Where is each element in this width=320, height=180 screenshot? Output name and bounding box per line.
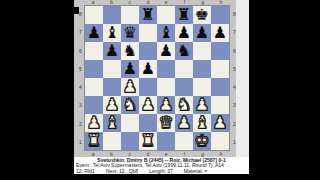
square-c3: ♞ — [121, 96, 139, 114]
next-move: Next: 12...Qb8 — [106, 169, 138, 174]
square-e8 — [157, 6, 175, 24]
piece-white-pawn: ♟ — [139, 96, 157, 114]
piece-black-queen: ♛ — [121, 24, 139, 42]
piece-white-bishop: ♝ — [103, 114, 121, 132]
square-e4 — [157, 78, 175, 96]
piece-white-knight: ♞ — [121, 96, 139, 114]
square-f7: ♟ — [175, 24, 193, 42]
square-f4 — [175, 78, 193, 96]
piece-white-pawn: ♟ — [211, 114, 229, 132]
rank-label-5: 5 — [78, 60, 83, 78]
game-info-footer: Svetushkin, Dmitry B (2445) -- Roiz, Mic… — [74, 157, 249, 174]
square-g8: ♚ — [193, 6, 211, 24]
square-b7: ♝ — [103, 24, 121, 42]
square-g4 — [193, 78, 211, 96]
piece-black-bishop: ♝ — [103, 24, 121, 42]
rank-labels-left: 87654321 — [78, 5, 83, 151]
square-a4 — [85, 78, 103, 96]
piece-black-pawn: ♟ — [103, 42, 121, 60]
square-d7 — [139, 24, 157, 42]
rank-label-6: 6 — [78, 42, 83, 60]
square-a1: ♜ — [85, 132, 103, 150]
square-f2: ♟ — [175, 114, 193, 132]
square-c1 — [121, 132, 139, 150]
rank-label-7: 7 — [232, 23, 237, 41]
piece-white-pawn: ♟ — [175, 114, 193, 132]
square-c8 — [121, 6, 139, 24]
square-e7: ♝ — [157, 24, 175, 42]
piece-black-pawn: ♟ — [85, 24, 103, 42]
square-d6 — [139, 42, 157, 60]
square-h8 — [211, 6, 229, 24]
piece-white-pawn: ♟ — [121, 78, 139, 96]
square-g2: ♝ — [193, 114, 211, 132]
rank-label-2: 2 — [232, 115, 237, 133]
piece-white-king: ♚ — [193, 132, 211, 150]
rank-label-5: 5 — [232, 60, 237, 78]
piece-black-pawn: ♟ — [139, 60, 157, 78]
piece-white-rook: ♜ — [85, 132, 103, 150]
square-a6 — [85, 42, 103, 60]
square-c2 — [121, 114, 139, 132]
square-h5 — [211, 60, 229, 78]
rank-label-6: 6 — [232, 42, 237, 60]
piece-black-pawn: ♟ — [157, 42, 175, 60]
piece-black-pawn: ♟ — [121, 60, 139, 78]
square-d4 — [139, 78, 157, 96]
square-g5 — [193, 60, 211, 78]
piece-white-pawn: ♟ — [157, 96, 175, 114]
square-a3 — [85, 96, 103, 114]
square-a2: ♟ — [85, 114, 103, 132]
square-c4: ♟ — [121, 78, 139, 96]
rank-label-4: 4 — [232, 78, 237, 96]
rank-label-4: 4 — [78, 78, 83, 96]
square-d8: ♜ — [139, 6, 157, 24]
square-d1: ♜ — [139, 132, 157, 150]
square-e3: ♟ — [157, 96, 175, 114]
square-b3: ♟ — [103, 96, 121, 114]
last-move: 12. Rfd1 — [76, 169, 95, 174]
square-f6: ♞ — [175, 42, 193, 60]
piece-white-rook: ♜ — [139, 132, 157, 150]
piece-black-rook: ♜ — [175, 6, 193, 24]
square-h4 — [211, 78, 229, 96]
rank-label-7: 7 — [78, 23, 83, 41]
side-to-move-indicator-black — [74, 7, 79, 14]
piece-white-pawn: ♟ — [85, 114, 103, 132]
rank-labels-right: 87654321 — [232, 5, 237, 151]
square-c7: ♛ — [121, 24, 139, 42]
square-h6 — [211, 42, 229, 60]
square-b2: ♝ — [103, 114, 121, 132]
piece-white-knight: ♞ — [175, 96, 193, 114]
piece-black-pawn: ♟ — [175, 24, 193, 42]
piece-black-king: ♚ — [193, 6, 211, 24]
square-c5: ♟ — [121, 60, 139, 78]
move-info-line: 12. Rfd1 Next: 12...Qb8 Length: 37 Mater… — [74, 169, 249, 174]
square-d3: ♟ — [139, 96, 157, 114]
piece-white-bishop: ♝ — [193, 114, 211, 132]
material-balance: Material: = — [184, 169, 207, 174]
rank-label-1: 1 — [232, 133, 237, 151]
square-g1: ♚ — [193, 132, 211, 150]
square-b1 — [103, 132, 121, 150]
square-g6 — [193, 42, 211, 60]
square-b6: ♟ — [103, 42, 121, 60]
square-e2: ♛ — [157, 114, 175, 132]
panel-right-margin — [236, 0, 249, 157]
piece-white-pawn: ♟ — [193, 96, 211, 114]
square-c6: ♞ — [121, 42, 139, 60]
square-g3: ♟ — [193, 96, 211, 114]
rank-label-1: 1 — [78, 133, 83, 151]
game-length: Length: 37 — [149, 169, 173, 174]
rank-label-3: 3 — [232, 96, 237, 114]
square-d5: ♟ — [139, 60, 157, 78]
square-f8: ♜ — [175, 6, 193, 24]
piece-black-knight: ♞ — [121, 42, 139, 60]
square-e1 — [157, 132, 175, 150]
rank-label-2: 2 — [78, 115, 83, 133]
square-h2: ♟ — [211, 114, 229, 132]
video-frame: abcdefgh 87654321 87654321 ♜♜♚♟♝♛♝♟♟♟♟♞♟… — [0, 0, 320, 180]
square-h7: ♟ — [211, 24, 229, 42]
piece-black-rook: ♜ — [139, 6, 157, 24]
piece-black-pawn: ♟ — [193, 24, 211, 42]
square-f5 — [175, 60, 193, 78]
chess-board: ♜♜♚♟♝♛♝♟♟♟♟♞♟♞♟♟♟♟♞♟♟♞♟♟♝♛♟♝♟♜♜♚ — [84, 5, 230, 151]
square-f1 — [175, 132, 193, 150]
square-e6: ♟ — [157, 42, 175, 60]
square-f3: ♞ — [175, 96, 193, 114]
piece-white-pawn: ♟ — [103, 96, 121, 114]
piece-white-queen: ♛ — [157, 114, 175, 132]
square-h1 — [211, 132, 229, 150]
square-e5 — [157, 60, 175, 78]
square-a5 — [85, 60, 103, 78]
piece-black-knight: ♞ — [175, 42, 193, 60]
square-h3 — [211, 96, 229, 114]
square-b8 — [103, 6, 121, 24]
piece-black-bishop: ♝ — [157, 24, 175, 42]
square-b4 — [103, 78, 121, 96]
piece-black-pawn: ♟ — [211, 24, 229, 42]
chess-app-panel: abcdefgh 87654321 87654321 ♜♜♚♟♝♛♝♟♟♟♟♞♟… — [74, 0, 249, 157]
square-d2 — [139, 114, 157, 132]
square-a7: ♟ — [85, 24, 103, 42]
rank-label-3: 3 — [78, 96, 83, 114]
square-b5 — [103, 60, 121, 78]
rank-label-8: 8 — [232, 5, 237, 23]
square-g7: ♟ — [193, 24, 211, 42]
square-a8 — [85, 6, 103, 24]
